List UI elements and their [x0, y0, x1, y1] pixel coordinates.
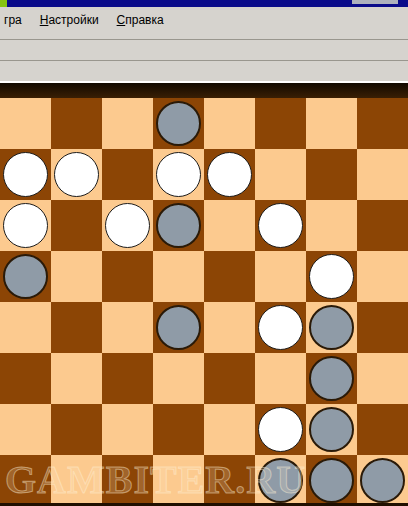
- square-r0c4[interactable]: [204, 98, 255, 149]
- square-r2c0[interactable]: [0, 200, 51, 251]
- gray-piece[interactable]: [309, 458, 354, 503]
- square-r2c1[interactable]: [51, 200, 102, 251]
- square-r5c2[interactable]: [102, 353, 153, 404]
- board-area: GAMBITER.RU: [0, 83, 408, 506]
- square-r1c0[interactable]: [0, 149, 51, 200]
- app-window: гра Настройки Справка GAMBITER.RU: [0, 0, 408, 506]
- toolbar-band-upper: [0, 39, 408, 60]
- square-r2c3[interactable]: [153, 200, 204, 251]
- gray-piece[interactable]: [156, 305, 201, 350]
- square-r3c6[interactable]: [306, 251, 357, 302]
- white-piece[interactable]: [258, 407, 303, 452]
- square-r4c0[interactable]: [0, 302, 51, 353]
- square-r7c2[interactable]: [102, 455, 153, 506]
- square-r6c1[interactable]: [51, 404, 102, 455]
- white-piece[interactable]: [3, 152, 48, 197]
- gray-piece[interactable]: [309, 356, 354, 401]
- square-r5c1[interactable]: [51, 353, 102, 404]
- square-r0c6[interactable]: [306, 98, 357, 149]
- square-r3c4[interactable]: [204, 251, 255, 302]
- square-r4c4[interactable]: [204, 302, 255, 353]
- square-r7c4[interactable]: [204, 455, 255, 506]
- square-r6c0[interactable]: [0, 404, 51, 455]
- white-piece[interactable]: [105, 203, 150, 248]
- square-r1c4[interactable]: [204, 149, 255, 200]
- square-r5c0[interactable]: [0, 353, 51, 404]
- square-r3c3[interactable]: [153, 251, 204, 302]
- gray-piece[interactable]: [309, 407, 354, 452]
- white-piece[interactable]: [207, 152, 252, 197]
- square-r6c7[interactable]: [357, 404, 408, 455]
- gray-piece[interactable]: [156, 203, 201, 248]
- menu-item-game[interactable]: гра: [2, 12, 24, 28]
- square-r0c2[interactable]: [102, 98, 153, 149]
- square-r3c5[interactable]: [255, 251, 306, 302]
- square-r4c5[interactable]: [255, 302, 306, 353]
- gray-piece[interactable]: [156, 101, 201, 146]
- white-piece[interactable]: [258, 203, 303, 248]
- square-r1c7[interactable]: [357, 149, 408, 200]
- square-r1c1[interactable]: [51, 149, 102, 200]
- square-r7c7[interactable]: [357, 455, 408, 506]
- square-r7c5[interactable]: [255, 455, 306, 506]
- square-r6c3[interactable]: [153, 404, 204, 455]
- checkers-board: [0, 98, 408, 506]
- square-r7c6[interactable]: [306, 455, 357, 506]
- toolbar-band-lower: [0, 60, 408, 83]
- square-r4c1[interactable]: [51, 302, 102, 353]
- square-r2c7[interactable]: [357, 200, 408, 251]
- square-r5c3[interactable]: [153, 353, 204, 404]
- square-r7c0[interactable]: [0, 455, 51, 506]
- square-r1c3[interactable]: [153, 149, 204, 200]
- square-r3c2[interactable]: [102, 251, 153, 302]
- square-r6c4[interactable]: [204, 404, 255, 455]
- title-bar[interactable]: [0, 0, 408, 7]
- square-r5c7[interactable]: [357, 353, 408, 404]
- white-piece[interactable]: [309, 254, 354, 299]
- square-r7c1[interactable]: [51, 455, 102, 506]
- square-r0c0[interactable]: [0, 98, 51, 149]
- square-r2c4[interactable]: [204, 200, 255, 251]
- square-r4c7[interactable]: [357, 302, 408, 353]
- square-r0c5[interactable]: [255, 98, 306, 149]
- square-r4c3[interactable]: [153, 302, 204, 353]
- white-piece[interactable]: [54, 152, 99, 197]
- square-r1c2[interactable]: [102, 149, 153, 200]
- board-top-border: [0, 83, 408, 98]
- menu-item-settings[interactable]: Настройки: [38, 12, 101, 28]
- square-r3c7[interactable]: [357, 251, 408, 302]
- app-icon: [0, 0, 7, 7]
- square-r3c1[interactable]: [51, 251, 102, 302]
- gray-piece[interactable]: [3, 254, 48, 299]
- square-r0c3[interactable]: [153, 98, 204, 149]
- square-r5c4[interactable]: [204, 353, 255, 404]
- gray-piece[interactable]: [360, 458, 405, 503]
- square-r6c2[interactable]: [102, 404, 153, 455]
- gray-piece[interactable]: [309, 305, 354, 350]
- square-r2c5[interactable]: [255, 200, 306, 251]
- window-control-buttons[interactable]: [352, 0, 398, 4]
- square-r4c2[interactable]: [102, 302, 153, 353]
- gray-piece[interactable]: [258, 458, 303, 503]
- square-r4c6[interactable]: [306, 302, 357, 353]
- square-r1c5[interactable]: [255, 149, 306, 200]
- square-r3c0[interactable]: [0, 251, 51, 302]
- menu-item-help[interactable]: Справка: [115, 12, 166, 28]
- square-r6c5[interactable]: [255, 404, 306, 455]
- square-r5c5[interactable]: [255, 353, 306, 404]
- white-piece[interactable]: [3, 203, 48, 248]
- white-piece[interactable]: [156, 152, 201, 197]
- square-r5c6[interactable]: [306, 353, 357, 404]
- white-piece[interactable]: [258, 305, 303, 350]
- square-r0c1[interactable]: [51, 98, 102, 149]
- square-r2c6[interactable]: [306, 200, 357, 251]
- square-r1c6[interactable]: [306, 149, 357, 200]
- square-r2c2[interactable]: [102, 200, 153, 251]
- square-r0c7[interactable]: [357, 98, 408, 149]
- square-r6c6[interactable]: [306, 404, 357, 455]
- square-r7c3[interactable]: [153, 455, 204, 506]
- menu-bar: гра Настройки Справка: [0, 7, 408, 39]
